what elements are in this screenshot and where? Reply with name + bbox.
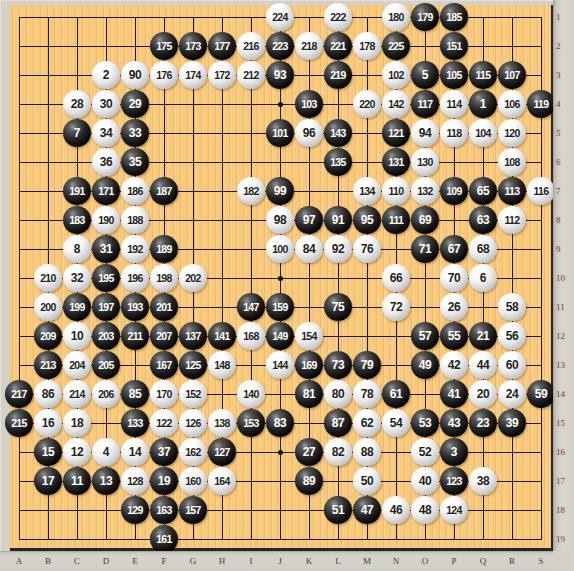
move-number: 58 <box>506 293 519 321</box>
stone-C7[interactable]: 191 <box>63 177 91 205</box>
stone-E14[interactable]: 85 <box>121 380 149 408</box>
move-number: 177 <box>214 32 230 60</box>
move-number: 24 <box>506 380 519 408</box>
stone-O15[interactable]: 53 <box>411 409 439 437</box>
move-number: 92 <box>332 235 345 263</box>
stone-C13[interactable]: 204 <box>63 351 91 379</box>
col-label-P: P <box>445 556 463 566</box>
stone-N4[interactable]: 142 <box>382 90 410 118</box>
move-number: 17 <box>42 467 55 495</box>
stone-F2[interactable]: 175 <box>150 32 178 60</box>
stone-O5[interactable]: 94 <box>411 119 439 147</box>
stone-E15[interactable]: 133 <box>121 409 149 437</box>
stone-I12[interactable]: 168 <box>237 322 265 350</box>
row-label-11: 11 <box>556 302 572 312</box>
move-number: 183 <box>69 206 85 234</box>
stone-G3[interactable]: 174 <box>179 61 207 89</box>
move-number: 89 <box>303 467 316 495</box>
stone-E8[interactable]: 188 <box>121 206 149 234</box>
stone-D16[interactable]: 4 <box>92 438 120 466</box>
stone-B13[interactable]: 213 <box>34 351 62 379</box>
stone-H3[interactable]: 172 <box>208 61 236 89</box>
stone-L9[interactable]: 92 <box>324 235 352 263</box>
stone-K12[interactable]: 154 <box>295 322 323 350</box>
stone-I15[interactable]: 153 <box>237 409 265 437</box>
stone-O12[interactable]: 57 <box>411 322 439 350</box>
move-number: 100 <box>272 235 288 263</box>
stone-J1[interactable]: 224 <box>266 3 294 31</box>
stone-B14[interactable]: 86 <box>34 380 62 408</box>
stone-E10[interactable]: 196 <box>121 264 149 292</box>
stone-Q17[interactable]: 38 <box>469 467 497 495</box>
stone-P13[interactable]: 42 <box>440 351 468 379</box>
move-number: 223 <box>272 32 288 60</box>
stone-F12[interactable]: 207 <box>150 322 178 350</box>
move-number: 35 <box>129 148 142 176</box>
row-label-1: 1 <box>556 12 572 22</box>
stone-K4[interactable]: 103 <box>295 90 323 118</box>
stone-Q10[interactable]: 6 <box>469 264 497 292</box>
stone-B11[interactable]: 200 <box>34 293 62 321</box>
col-label-Q: Q <box>474 556 492 566</box>
stone-N15[interactable]: 54 <box>382 409 410 437</box>
stone-F16[interactable]: 37 <box>150 438 178 466</box>
stone-F13[interactable]: 167 <box>150 351 178 379</box>
col-label-N: N <box>387 556 405 566</box>
move-number: 206 <box>98 380 114 408</box>
stone-F18[interactable]: 163 <box>150 496 178 524</box>
stone-P2[interactable]: 151 <box>440 32 468 60</box>
stone-Q5[interactable]: 104 <box>469 119 497 147</box>
stone-J2[interactable]: 223 <box>266 32 294 60</box>
stone-J5[interactable]: 101 <box>266 119 294 147</box>
stone-D17[interactable]: 13 <box>92 467 120 495</box>
stone-K13[interactable]: 169 <box>295 351 323 379</box>
move-number: 76 <box>361 235 374 263</box>
stone-I11[interactable]: 147 <box>237 293 265 321</box>
stone-J3[interactable]: 93 <box>266 61 294 89</box>
stone-N14[interactable]: 61 <box>382 380 410 408</box>
stone-D3[interactable]: 2 <box>92 61 120 89</box>
stone-P9[interactable]: 67 <box>440 235 468 263</box>
stone-B17[interactable]: 17 <box>34 467 62 495</box>
stone-Q15[interactable]: 23 <box>469 409 497 437</box>
stone-C8[interactable]: 183 <box>63 206 91 234</box>
stone-B16[interactable]: 15 <box>34 438 62 466</box>
stone-M16[interactable]: 88 <box>353 438 381 466</box>
stone-L16[interactable]: 82 <box>324 438 352 466</box>
stone-C15[interactable]: 18 <box>63 409 91 437</box>
stone-P17[interactable]: 123 <box>440 467 468 495</box>
move-number: 211 <box>127 322 142 350</box>
move-number: 53 <box>419 409 432 437</box>
move-number: 14 <box>129 438 142 466</box>
stone-F19[interactable]: 161 <box>150 525 178 553</box>
stone-I7[interactable]: 182 <box>237 177 265 205</box>
stone-Q8[interactable]: 63 <box>469 206 497 234</box>
stone-O9[interactable]: 71 <box>411 235 439 263</box>
move-number: 129 <box>127 496 143 524</box>
move-number: 61 <box>390 380 403 408</box>
stone-P11[interactable]: 26 <box>440 293 468 321</box>
stone-C12[interactable]: 10 <box>63 322 91 350</box>
move-number: 178 <box>359 32 375 60</box>
stone-L8[interactable]: 91 <box>324 206 352 234</box>
stone-N5[interactable]: 121 <box>382 119 410 147</box>
stone-C10[interactable]: 32 <box>63 264 91 292</box>
stone-E12[interactable]: 211 <box>121 322 149 350</box>
stone-P12[interactable]: 55 <box>440 322 468 350</box>
stone-J15[interactable]: 83 <box>266 409 294 437</box>
stone-M14[interactable]: 78 <box>353 380 381 408</box>
stone-O16[interactable]: 52 <box>411 438 439 466</box>
stone-O6[interactable]: 130 <box>411 148 439 176</box>
stone-O18[interactable]: 48 <box>411 496 439 524</box>
stone-F9[interactable]: 189 <box>150 235 178 263</box>
stone-Q14[interactable]: 20 <box>469 380 497 408</box>
stone-A14[interactable]: 217 <box>5 380 33 408</box>
stone-D9[interactable]: 31 <box>92 235 120 263</box>
move-number: 1 <box>480 90 486 118</box>
stone-R14[interactable]: 24 <box>498 380 526 408</box>
stone-S7[interactable]: 116 <box>527 177 555 205</box>
stone-D4[interactable]: 30 <box>92 90 120 118</box>
move-number: 132 <box>417 177 433 205</box>
move-number: 123 <box>446 467 462 495</box>
move-number: 109 <box>446 177 462 205</box>
move-number: 16 <box>42 409 55 437</box>
stone-D12[interactable]: 203 <box>92 322 120 350</box>
stone-C4[interactable]: 28 <box>63 90 91 118</box>
stone-J8[interactable]: 98 <box>266 206 294 234</box>
stone-M13[interactable]: 79 <box>353 351 381 379</box>
stone-P18[interactable]: 124 <box>440 496 468 524</box>
stone-J13[interactable]: 144 <box>266 351 294 379</box>
move-number: 34 <box>100 119 113 147</box>
stone-M7[interactable]: 134 <box>353 177 381 205</box>
stone-E11[interactable]: 193 <box>121 293 149 321</box>
move-number: 84 <box>303 235 316 263</box>
stone-H12[interactable]: 141 <box>208 322 236 350</box>
move-number: 37 <box>158 438 171 466</box>
move-number: 94 <box>419 119 432 147</box>
stone-G10[interactable]: 202 <box>179 264 207 292</box>
stone-M2[interactable]: 178 <box>353 32 381 60</box>
stone-G13[interactable]: 125 <box>179 351 207 379</box>
move-number: 127 <box>214 438 230 466</box>
move-number: 47 <box>361 496 374 524</box>
stone-I2[interactable]: 216 <box>237 32 265 60</box>
move-number: 176 <box>156 61 172 89</box>
stone-G15[interactable]: 126 <box>179 409 207 437</box>
move-number: 48 <box>419 496 432 524</box>
move-number: 6 <box>480 264 486 292</box>
stone-H16[interactable]: 127 <box>208 438 236 466</box>
row-label-16: 16 <box>556 447 572 457</box>
stone-N8[interactable]: 111 <box>382 206 410 234</box>
stone-N1[interactable]: 180 <box>382 3 410 31</box>
move-number: 119 <box>533 90 548 118</box>
stone-K14[interactable]: 81 <box>295 380 323 408</box>
stone-D13[interactable]: 205 <box>92 351 120 379</box>
stone-R12[interactable]: 56 <box>498 322 526 350</box>
stone-D6[interactable]: 36 <box>92 148 120 176</box>
move-number: 191 <box>69 177 85 205</box>
stone-N6[interactable]: 131 <box>382 148 410 176</box>
stone-G2[interactable]: 173 <box>179 32 207 60</box>
stone-R6[interactable]: 108 <box>498 148 526 176</box>
move-number: 118 <box>446 119 461 147</box>
col-label-B: B <box>39 556 57 566</box>
stone-P10[interactable]: 70 <box>440 264 468 292</box>
stone-D10[interactable]: 195 <box>92 264 120 292</box>
stone-K5[interactable]: 96 <box>295 119 323 147</box>
stone-S4[interactable]: 119 <box>527 90 555 118</box>
stone-E7[interactable]: 186 <box>121 177 149 205</box>
stone-K17[interactable]: 89 <box>295 467 323 495</box>
stone-P15[interactable]: 43 <box>440 409 468 437</box>
goban[interactable]: 2242221801791851751731772162232182211782… <box>10 5 553 551</box>
move-number: 57 <box>419 322 432 350</box>
stone-D14[interactable]: 206 <box>92 380 120 408</box>
stone-P5[interactable]: 118 <box>440 119 468 147</box>
stone-K2[interactable]: 218 <box>295 32 323 60</box>
move-number: 168 <box>243 322 259 350</box>
stone-Q12[interactable]: 21 <box>469 322 497 350</box>
row-label-17: 17 <box>556 476 572 486</box>
stone-Q4[interactable]: 1 <box>469 90 497 118</box>
move-number: 182 <box>243 177 259 205</box>
stone-F7[interactable]: 187 <box>150 177 178 205</box>
move-number: 187 <box>156 177 172 205</box>
col-label-M: M <box>358 556 376 566</box>
stone-C14[interactable]: 214 <box>63 380 91 408</box>
stone-I3[interactable]: 212 <box>237 61 265 89</box>
move-number: 162 <box>185 438 201 466</box>
stone-B15[interactable]: 16 <box>34 409 62 437</box>
stone-M8[interactable]: 95 <box>353 206 381 234</box>
move-number: 28 <box>71 90 84 118</box>
stone-F17[interactable]: 19 <box>150 467 178 495</box>
stone-C9[interactable]: 8 <box>63 235 91 263</box>
move-number: 111 <box>389 206 404 234</box>
stone-L14[interactable]: 80 <box>324 380 352 408</box>
move-number: 105 <box>446 61 462 89</box>
col-label-S: S <box>532 556 550 566</box>
move-number: 157 <box>185 496 201 524</box>
stone-O13[interactable]: 49 <box>411 351 439 379</box>
stone-P16[interactable]: 3 <box>440 438 468 466</box>
stone-E17[interactable]: 128 <box>121 467 149 495</box>
move-number: 93 <box>274 61 287 89</box>
stone-C11[interactable]: 199 <box>63 293 91 321</box>
col-label-J: J <box>271 556 289 566</box>
stone-F10[interactable]: 198 <box>150 264 178 292</box>
stone-G17[interactable]: 160 <box>179 467 207 495</box>
stone-J9[interactable]: 100 <box>266 235 294 263</box>
stone-L13[interactable]: 73 <box>324 351 352 379</box>
stone-C16[interactable]: 12 <box>63 438 91 466</box>
stone-F11[interactable]: 201 <box>150 293 178 321</box>
stone-G18[interactable]: 157 <box>179 496 207 524</box>
stone-R4[interactable]: 106 <box>498 90 526 118</box>
stone-R5[interactable]: 120 <box>498 119 526 147</box>
stone-E16[interactable]: 14 <box>121 438 149 466</box>
move-number: 98 <box>274 206 287 234</box>
move-number: 220 <box>359 90 375 118</box>
move-number: 153 <box>243 409 259 437</box>
stone-O1[interactable]: 179 <box>411 3 439 31</box>
stone-R8[interactable]: 112 <box>498 206 526 234</box>
stone-E4[interactable]: 29 <box>121 90 149 118</box>
stone-P3[interactable]: 105 <box>440 61 468 89</box>
move-number: 2 <box>103 61 109 89</box>
stone-N10[interactable]: 66 <box>382 264 410 292</box>
stone-M18[interactable]: 47 <box>353 496 381 524</box>
stone-H2[interactable]: 177 <box>208 32 236 60</box>
stone-R3[interactable]: 107 <box>498 61 526 89</box>
grid-line-horizontal <box>19 539 542 540</box>
stone-C5[interactable]: 7 <box>63 119 91 147</box>
stone-L15[interactable]: 87 <box>324 409 352 437</box>
stone-R11[interactable]: 58 <box>498 293 526 321</box>
move-number: 218 <box>301 32 317 60</box>
move-number: 21 <box>477 322 490 350</box>
stone-L3[interactable]: 219 <box>324 61 352 89</box>
row-label-8: 8 <box>556 215 572 225</box>
stone-A15[interactable]: 215 <box>5 409 33 437</box>
move-number: 149 <box>272 322 288 350</box>
move-number: 39 <box>506 409 519 437</box>
stone-M4[interactable]: 220 <box>353 90 381 118</box>
stone-I14[interactable]: 140 <box>237 380 265 408</box>
stone-D5[interactable]: 34 <box>92 119 120 147</box>
stone-E6[interactable]: 35 <box>121 148 149 176</box>
stone-G14[interactable]: 152 <box>179 380 207 408</box>
move-number: 179 <box>417 3 433 31</box>
stone-O8[interactable]: 69 <box>411 206 439 234</box>
move-number: 41 <box>448 380 461 408</box>
stone-G12[interactable]: 137 <box>179 322 207 350</box>
stone-Q3[interactable]: 115 <box>469 61 497 89</box>
stone-L1[interactable]: 222 <box>324 3 352 31</box>
move-number: 4 <box>103 438 109 466</box>
move-number: 32 <box>71 264 84 292</box>
move-number: 40 <box>419 467 432 495</box>
move-number: 164 <box>214 467 230 495</box>
stone-C17[interactable]: 11 <box>63 467 91 495</box>
stone-H15[interactable]: 138 <box>208 409 236 437</box>
stone-N18[interactable]: 46 <box>382 496 410 524</box>
stone-Q13[interactable]: 44 <box>469 351 497 379</box>
stone-O17[interactable]: 40 <box>411 467 439 495</box>
stone-B12[interactable]: 209 <box>34 322 62 350</box>
stone-L11[interactable]: 75 <box>324 293 352 321</box>
stone-P14[interactable]: 41 <box>440 380 468 408</box>
stone-Q7[interactable]: 65 <box>469 177 497 205</box>
stone-N3[interactable]: 102 <box>382 61 410 89</box>
stone-M15[interactable]: 62 <box>353 409 381 437</box>
stone-J7[interactable]: 99 <box>266 177 294 205</box>
stone-K9[interactable]: 84 <box>295 235 323 263</box>
stone-N11[interactable]: 72 <box>382 293 410 321</box>
stone-E9[interactable]: 192 <box>121 235 149 263</box>
stone-D11[interactable]: 197 <box>92 293 120 321</box>
move-number: 141 <box>214 322 230 350</box>
stone-R15[interactable]: 39 <box>498 409 526 437</box>
row-label-10: 10 <box>556 273 572 283</box>
stone-E3[interactable]: 90 <box>121 61 149 89</box>
stone-H13[interactable]: 148 <box>208 351 236 379</box>
stone-E5[interactable]: 33 <box>121 119 149 147</box>
move-number: 78 <box>361 380 374 408</box>
stone-J12[interactable]: 149 <box>266 322 294 350</box>
move-number: 106 <box>504 90 520 118</box>
stone-N2[interactable]: 225 <box>382 32 410 60</box>
move-number: 36 <box>100 148 113 176</box>
stone-O4[interactable]: 117 <box>411 90 439 118</box>
stone-R13[interactable]: 60 <box>498 351 526 379</box>
move-number: 126 <box>185 409 201 437</box>
stone-L18[interactable]: 51 <box>324 496 352 524</box>
stone-F3[interactable]: 176 <box>150 61 178 89</box>
stone-G16[interactable]: 162 <box>179 438 207 466</box>
stone-L2[interactable]: 221 <box>324 32 352 60</box>
move-number: 200 <box>40 293 56 321</box>
move-number: 197 <box>98 293 114 321</box>
stone-K8[interactable]: 97 <box>295 206 323 234</box>
move-number: 204 <box>69 351 85 379</box>
row-label-2: 2 <box>556 41 572 51</box>
move-number: 63 <box>477 206 490 234</box>
move-number: 215 <box>11 409 27 437</box>
stone-D7[interactable]: 171 <box>92 177 120 205</box>
stone-B10[interactable]: 210 <box>34 264 62 292</box>
row-label-14: 14 <box>556 389 572 399</box>
stone-Q9[interactable]: 68 <box>469 235 497 263</box>
move-number: 38 <box>477 467 490 495</box>
stone-P1[interactable]: 185 <box>440 3 468 31</box>
stone-D8[interactable]: 190 <box>92 206 120 234</box>
move-number: 62 <box>361 409 374 437</box>
stone-K16[interactable]: 27 <box>295 438 323 466</box>
row-label-9: 9 <box>556 244 572 254</box>
stone-H17[interactable]: 164 <box>208 467 236 495</box>
move-number: 30 <box>100 90 113 118</box>
move-number: 103 <box>301 90 317 118</box>
stone-N7[interactable]: 110 <box>382 177 410 205</box>
move-number: 18 <box>71 409 84 437</box>
stone-S14[interactable]: 59 <box>527 380 555 408</box>
stone-R7[interactable]: 113 <box>498 177 526 205</box>
move-number: 114 <box>446 90 461 118</box>
stone-F15[interactable]: 122 <box>150 409 178 437</box>
stone-P7[interactable]: 109 <box>440 177 468 205</box>
stone-L6[interactable]: 135 <box>324 148 352 176</box>
stone-L5[interactable]: 143 <box>324 119 352 147</box>
stone-M9[interactable]: 76 <box>353 235 381 263</box>
stone-O7[interactable]: 132 <box>411 177 439 205</box>
stone-J11[interactable]: 159 <box>266 293 294 321</box>
stone-M17[interactable]: 50 <box>353 467 381 495</box>
move-number: 131 <box>388 148 404 176</box>
move-number: 11 <box>71 467 83 495</box>
stone-F14[interactable]: 170 <box>150 380 178 408</box>
stone-O3[interactable]: 5 <box>411 61 439 89</box>
stone-E18[interactable]: 129 <box>121 496 149 524</box>
stone-P4[interactable]: 114 <box>440 90 468 118</box>
move-number: 213 <box>40 351 56 379</box>
